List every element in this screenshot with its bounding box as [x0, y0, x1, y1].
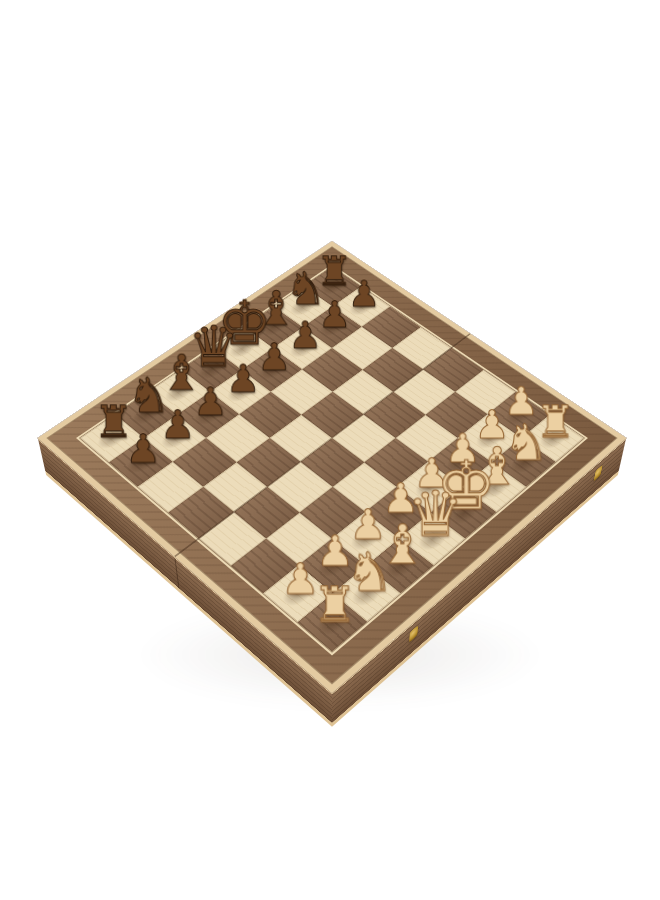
square-b5: [203, 462, 268, 512]
piece-white-rook: ♜: [285, 582, 385, 628]
square-a5: [168, 487, 234, 539]
square-e5: [301, 392, 363, 438]
piece-black-pawn: ♟: [98, 430, 189, 468]
brass-clasp-icon: [594, 465, 603, 482]
fold-seam: [174, 558, 179, 589]
square-a1: ♜: [297, 593, 367, 651]
brass-clasp-icon: [409, 625, 418, 643]
product-photo-scene: ♜♞♝♛♚♝♞♜♟♟♟♟♟♟♟♟♟♟♟♟♟♟♟♟♜♞♝♛♚♝♞♜: [0, 0, 660, 900]
maple-inlay-line: ♜♞♝♛♚♝♞♜♟♟♟♟♟♟♟♟♟♟♟♟♟♟♟♟♜♞♝♛♚♝♞♜: [76, 264, 588, 655]
chess-board: ♜♞♝♛♚♝♞♜♟♟♟♟♟♟♟♟♟♟♟♟♟♟♟♟♜♞♝♛♚♝♞♜: [80, 267, 583, 652]
